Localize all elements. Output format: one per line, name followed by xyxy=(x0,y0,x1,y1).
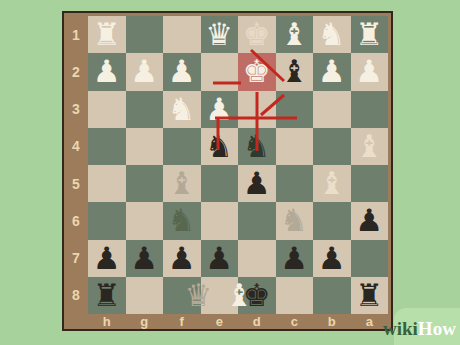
square-a2[interactable]: ♟ xyxy=(351,53,389,90)
file-label-h: h xyxy=(88,314,126,329)
square-d8[interactable]: ♚ xyxy=(238,277,276,314)
piece-black-knight-f6[interactable]: ♞ xyxy=(168,205,196,236)
rank-label-7: 7 xyxy=(64,240,88,277)
square-a6[interactable]: ♟ xyxy=(351,202,389,239)
square-c6[interactable]: ♞ xyxy=(276,202,314,239)
square-b7[interactable]: ♟ xyxy=(313,240,351,277)
piece-black-knight-d4[interactable]: ♞ xyxy=(243,131,271,162)
square-e6[interactable] xyxy=(201,202,239,239)
square-f2[interactable]: ♟ xyxy=(163,53,201,90)
chess-board-frame: 12345678 hgfedcba ♜♛♚♝♞♜♟♟♟♚♝♟♟♞♟♞♞♝♝♟♝♞… xyxy=(62,11,393,331)
piece-white-pawn-e3[interactable]: ♟ xyxy=(205,94,233,125)
piece-black-king-d8[interactable]: ♚ xyxy=(243,280,271,311)
rank-label-2: 2 xyxy=(64,53,88,90)
square-c2[interactable]: ♝ xyxy=(276,53,314,90)
piece-white-pawn-a2[interactable]: ♟ xyxy=(355,56,383,87)
wikihow-logo-wiki: wiki xyxy=(383,318,418,339)
square-b1[interactable]: ♞ xyxy=(313,16,351,53)
square-d5[interactable]: ♟ xyxy=(238,165,276,202)
piece-white-pawn-h2[interactable]: ♟ xyxy=(93,56,121,87)
square-f7[interactable]: ♟ xyxy=(163,240,201,277)
square-b2[interactable]: ♟ xyxy=(313,53,351,90)
square-h8[interactable]: ♜ xyxy=(88,277,126,314)
piece-white-pawn-g2[interactable]: ♟ xyxy=(130,56,158,87)
square-a5[interactable] xyxy=(351,165,389,202)
square-a4[interactable]: ♝ xyxy=(351,128,389,165)
square-h2[interactable]: ♟ xyxy=(88,53,126,90)
file-label-f: f xyxy=(163,314,201,329)
square-g4[interactable] xyxy=(126,128,164,165)
piece-black-pawn-c7[interactable]: ♟ xyxy=(280,243,308,274)
square-h1[interactable]: ♜ xyxy=(88,16,126,53)
piece-white-bishop-f5[interactable]: ♝ xyxy=(168,168,196,199)
square-c8[interactable] xyxy=(276,277,314,314)
rank-label-5: 5 xyxy=(64,165,88,202)
piece-white-bishop-b5[interactable]: ♝ xyxy=(318,168,346,199)
square-c5[interactable] xyxy=(276,165,314,202)
square-a1[interactable]: ♜ xyxy=(351,16,389,53)
square-h7[interactable]: ♟ xyxy=(88,240,126,277)
rank-label-6: 6 xyxy=(64,202,88,239)
piece-black-pawn-h7[interactable]: ♟ xyxy=(93,243,121,274)
square-d6[interactable] xyxy=(238,202,276,239)
square-e4[interactable]: ♞ xyxy=(201,128,239,165)
square-c1[interactable]: ♝ xyxy=(276,16,314,53)
piece-white-queen-e1[interactable]: ♛ xyxy=(205,19,233,50)
square-d3[interactable] xyxy=(238,91,276,128)
square-c4[interactable] xyxy=(276,128,314,165)
board-grid: ♜♛♚♝♞♜♟♟♟♚♝♟♟♞♟♞♞♝♝♟♝♞♞♟♟♟♟♟♟♟♜♛♝♚♜ xyxy=(88,16,388,314)
square-f4[interactable] xyxy=(163,128,201,165)
square-a3[interactable] xyxy=(351,91,389,128)
square-g5[interactable] xyxy=(126,165,164,202)
piece-white-knight-c6[interactable]: ♞ xyxy=(280,205,308,236)
square-g3[interactable] xyxy=(126,91,164,128)
file-label-c: c xyxy=(276,314,314,329)
piece-black-knight-e4[interactable]: ♞ xyxy=(205,131,233,162)
square-b5[interactable]: ♝ xyxy=(313,165,351,202)
square-b6[interactable] xyxy=(313,202,351,239)
piece-white-pawn-f2[interactable]: ♟ xyxy=(168,56,196,87)
piece-black-rook-h8[interactable]: ♜ xyxy=(93,280,121,311)
square-g7[interactable]: ♟ xyxy=(126,240,164,277)
rank-label-3: 3 xyxy=(64,91,88,128)
piece-white-king-d2[interactable]: ♚ xyxy=(243,56,271,87)
square-b3[interactable] xyxy=(313,91,351,128)
square-e3[interactable]: ♟ xyxy=(201,91,239,128)
square-e1[interactable]: ♛ xyxy=(201,16,239,53)
square-c3[interactable] xyxy=(276,91,314,128)
square-g8[interactable] xyxy=(126,277,164,314)
piece-black-pawn-f7[interactable]: ♟ xyxy=(168,243,196,274)
piece-black-bishop-c2[interactable]: ♝ xyxy=(280,56,308,87)
piece-white-bishop-c1[interactable]: ♝ xyxy=(280,19,308,50)
file-label-g: g xyxy=(126,314,164,329)
piece-black-rook-a8[interactable]: ♜ xyxy=(355,280,383,311)
piece-white-king-d1[interactable]: ♚ xyxy=(243,19,271,50)
square-b8[interactable] xyxy=(313,277,351,314)
square-h4[interactable] xyxy=(88,128,126,165)
piece-black-pawn-d5[interactable]: ♟ xyxy=(243,168,271,199)
square-d7[interactable] xyxy=(238,240,276,277)
square-h6[interactable] xyxy=(88,202,126,239)
square-e5[interactable] xyxy=(201,165,239,202)
square-h5[interactable] xyxy=(88,165,126,202)
square-d4[interactable]: ♞ xyxy=(238,128,276,165)
piece-white-rook-h1[interactable]: ♜ xyxy=(93,19,121,50)
rank-label-4: 4 xyxy=(64,128,88,165)
piece-white-pawn-b2[interactable]: ♟ xyxy=(318,56,346,87)
piece-black-pawn-g7[interactable]: ♟ xyxy=(130,243,158,274)
wikihow-logo: wikiHow xyxy=(383,318,456,340)
square-e2[interactable] xyxy=(201,53,239,90)
piece-black-pawn-e7[interactable]: ♟ xyxy=(205,243,233,274)
square-g1[interactable] xyxy=(126,16,164,53)
square-b4[interactable] xyxy=(313,128,351,165)
rank-label-8: 8 xyxy=(64,277,88,314)
piece-white-bishop-a4[interactable]: ♝ xyxy=(355,131,383,162)
square-e8[interactable]: ♛♝ xyxy=(201,277,239,314)
square-c7[interactable]: ♟ xyxy=(276,240,314,277)
file-labels: hgfedcba xyxy=(88,314,388,329)
rank-labels: 12345678 xyxy=(64,16,88,314)
square-a7[interactable] xyxy=(351,240,389,277)
piece-black-pawn-a6[interactable]: ♟ xyxy=(355,205,383,236)
screenshot-stage: 12345678 hgfedcba ♜♛♚♝♞♜♟♟♟♚♝♟♟♞♟♞♞♝♝♟♝♞… xyxy=(0,0,460,345)
square-f1[interactable] xyxy=(163,16,201,53)
square-d2[interactable]: ♚ xyxy=(238,53,276,90)
piece-white-rook-a1[interactable]: ♜ xyxy=(355,19,383,50)
wikihow-logo-how: How xyxy=(418,318,456,339)
square-a8[interactable]: ♜ xyxy=(351,277,389,314)
square-f6[interactable]: ♞ xyxy=(163,202,201,239)
square-h3[interactable] xyxy=(88,91,126,128)
square-e7[interactable]: ♟ xyxy=(201,240,239,277)
piece-black-pawn-b7[interactable]: ♟ xyxy=(318,243,346,274)
file-label-b: b xyxy=(313,314,351,329)
piece-white-knight-f3[interactable]: ♞ xyxy=(168,94,196,125)
file-label-d: d xyxy=(238,314,276,329)
file-label-e: e xyxy=(201,314,239,329)
piece-black-queen-e8[interactable]: ♛ xyxy=(184,280,212,311)
square-g2[interactable]: ♟ xyxy=(126,53,164,90)
square-f5[interactable]: ♝ xyxy=(163,165,201,202)
square-d1[interactable]: ♚ xyxy=(238,16,276,53)
piece-white-knight-b1[interactable]: ♞ xyxy=(318,19,346,50)
square-g6[interactable] xyxy=(126,202,164,239)
square-f3[interactable]: ♞ xyxy=(163,91,201,128)
rank-label-1: 1 xyxy=(64,16,88,53)
